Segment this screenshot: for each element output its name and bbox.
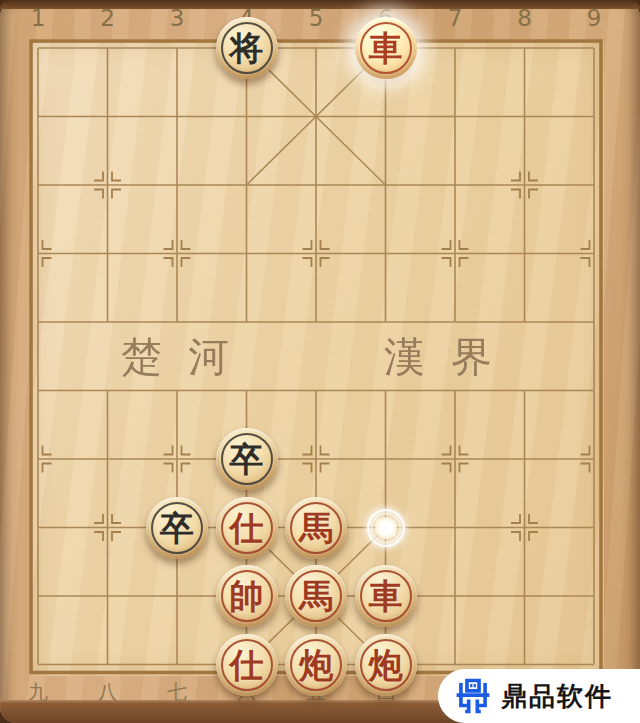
red-cannon-glyph: 炮 xyxy=(285,634,347,696)
piece-red-advisor[interactable]: 仕 xyxy=(216,634,278,696)
red-advisor-glyph: 仕 xyxy=(216,497,278,559)
ding-logo-icon xyxy=(454,677,492,715)
piece-red-horse[interactable]: 馬 xyxy=(285,565,347,627)
piece-red-general[interactable]: 帥 xyxy=(216,565,278,627)
red-general-glyph: 帥 xyxy=(216,565,278,627)
piece-red-chariot[interactable]: 車 xyxy=(355,17,417,79)
pieces-layer: 将車卒卒仕馬帥馬車仕炮炮 xyxy=(0,0,640,723)
red-horse-glyph: 馬 xyxy=(285,497,347,559)
watermark-text: 鼎品软件 xyxy=(501,679,613,714)
red-advisor-glyph: 仕 xyxy=(216,634,278,696)
red-horse-glyph: 馬 xyxy=(285,565,347,627)
red-chariot-glyph: 車 xyxy=(355,17,417,79)
xiangqi-app: 123456789 九八七六五四三二一 楚河 漢界 将車卒卒仕馬帥馬車仕炮炮 鼎… xyxy=(0,0,640,723)
piece-red-chariot[interactable]: 車 xyxy=(355,565,417,627)
piece-red-cannon[interactable]: 炮 xyxy=(285,634,347,696)
red-cannon-glyph: 炮 xyxy=(355,634,417,696)
watermark-badge: 鼎品软件 xyxy=(438,669,640,723)
black-soldier-glyph: 卒 xyxy=(146,497,208,559)
piece-red-horse[interactable]: 馬 xyxy=(285,497,347,559)
red-chariot-glyph: 車 xyxy=(355,565,417,627)
piece-black-soldier[interactable]: 卒 xyxy=(146,497,208,559)
piece-black-soldier[interactable]: 卒 xyxy=(216,428,278,490)
black-general-glyph: 将 xyxy=(216,17,278,79)
piece-red-cannon[interactable]: 炮 xyxy=(355,634,417,696)
piece-red-advisor[interactable]: 仕 xyxy=(216,497,278,559)
piece-black-general[interactable]: 将 xyxy=(216,17,278,79)
black-soldier-glyph: 卒 xyxy=(216,428,278,490)
